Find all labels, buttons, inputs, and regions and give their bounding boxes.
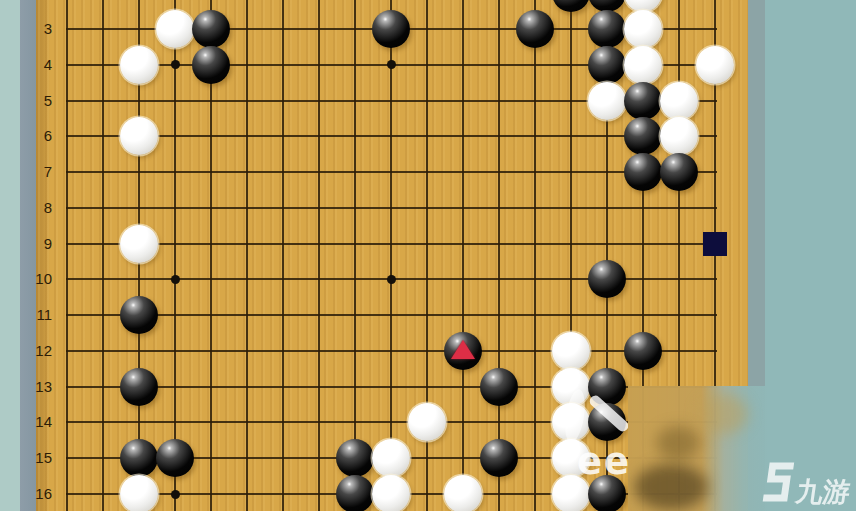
white-stone-K15[interactable] (372, 439, 410, 477)
star-point (387, 60, 396, 69)
white-stone-Q5[interactable] (588, 82, 626, 120)
row-label-8: 8 (24, 198, 52, 218)
white-stone-C4[interactable] (120, 46, 158, 84)
row-label-7: 7 (24, 162, 52, 182)
row-label-5: 5 (24, 91, 52, 111)
square-marker (703, 232, 727, 256)
grid-hline-6 (66, 135, 717, 137)
white-stone-P12[interactable] (552, 332, 590, 370)
last-move-triangle-marker (451, 340, 475, 359)
grid-vline-2 (102, 0, 104, 511)
black-stone-K3[interactable] (372, 10, 410, 48)
black-stone-S7[interactable] (660, 153, 698, 191)
black-stone-E4[interactable] (192, 46, 230, 84)
black-stone-C13[interactable] (120, 368, 158, 406)
white-stone-P13[interactable] (552, 368, 590, 406)
9game-logo-text: 九游 (794, 474, 853, 510)
left-margin-strip (0, 0, 20, 511)
white-stone-D3[interactable] (156, 10, 194, 48)
grid-hline-7 (66, 171, 717, 173)
grid-hline-9 (66, 243, 717, 245)
grid-hline-11 (66, 314, 717, 316)
white-stone-C16[interactable] (120, 475, 158, 511)
row-label-14: 14 (24, 412, 52, 432)
grid-vline-18 (678, 0, 680, 511)
white-stone-P16[interactable] (552, 475, 590, 511)
grid-vline-6 (246, 0, 248, 511)
row-label-9: 9 (24, 234, 52, 254)
board-edge-strip (748, 0, 765, 511)
white-stone-R3[interactable] (624, 10, 662, 48)
black-stone-J16[interactable] (336, 475, 374, 511)
grid-hline-8 (66, 207, 717, 209)
row-label-15: 15 (24, 448, 52, 468)
white-stone-P15[interactable] (552, 439, 590, 477)
grid-vline-14 (534, 0, 536, 511)
row-label-12: 12 (24, 341, 52, 361)
grid-vline-13 (498, 0, 500, 511)
star-point (171, 275, 180, 284)
star-point (171, 60, 180, 69)
grid-vline-9 (354, 0, 356, 511)
white-stone-K16[interactable] (372, 475, 410, 511)
black-stone-Q3[interactable] (588, 10, 626, 48)
row-label-6: 6 (24, 126, 52, 146)
black-stone-R7[interactable] (624, 153, 662, 191)
row-label-3: 3 (24, 19, 52, 39)
black-stone-R5[interactable] (624, 82, 662, 120)
star-point (171, 490, 180, 499)
black-stone-J15[interactable] (336, 439, 374, 477)
grid-vline-1 (66, 0, 68, 511)
white-stone-R4[interactable] (624, 46, 662, 84)
black-stone-C15[interactable] (120, 439, 158, 477)
white-stone-S5[interactable] (660, 82, 698, 120)
black-stone-Q13[interactable] (588, 368, 626, 406)
black-stone-R12[interactable] (624, 332, 662, 370)
row-label-13: 13 (24, 377, 52, 397)
grid-vline-4 (174, 0, 176, 511)
black-stone-O3[interactable] (516, 10, 554, 48)
grid-vline-8 (318, 0, 320, 511)
row-label-4: 4 (24, 55, 52, 75)
black-stone-E3[interactable] (192, 10, 230, 48)
row-label-10: 10 (24, 269, 52, 289)
black-stone-Q4[interactable] (588, 46, 626, 84)
star-point (387, 275, 396, 284)
grid-hline-12 (66, 350, 717, 352)
left-shadow-strip (20, 0, 36, 511)
black-stone-N13[interactable] (480, 368, 518, 406)
black-stone-C11[interactable] (120, 296, 158, 334)
white-stone-T4[interactable] (696, 46, 734, 84)
white-stone-C9[interactable] (120, 225, 158, 263)
black-stone-Q16[interactable] (588, 475, 626, 511)
black-stone-D15[interactable] (156, 439, 194, 477)
grid-vline-7 (282, 0, 284, 511)
grid-vline-12 (462, 0, 464, 511)
grid-vline-10 (390, 0, 392, 511)
row-label-16: 16 (24, 484, 52, 504)
screenshot-scene: 345678910111213141516 ee 九游 (0, 0, 856, 511)
white-stone-M16[interactable] (444, 475, 482, 511)
row-label-11: 11 (24, 305, 52, 325)
black-stone-N15[interactable] (480, 439, 518, 477)
